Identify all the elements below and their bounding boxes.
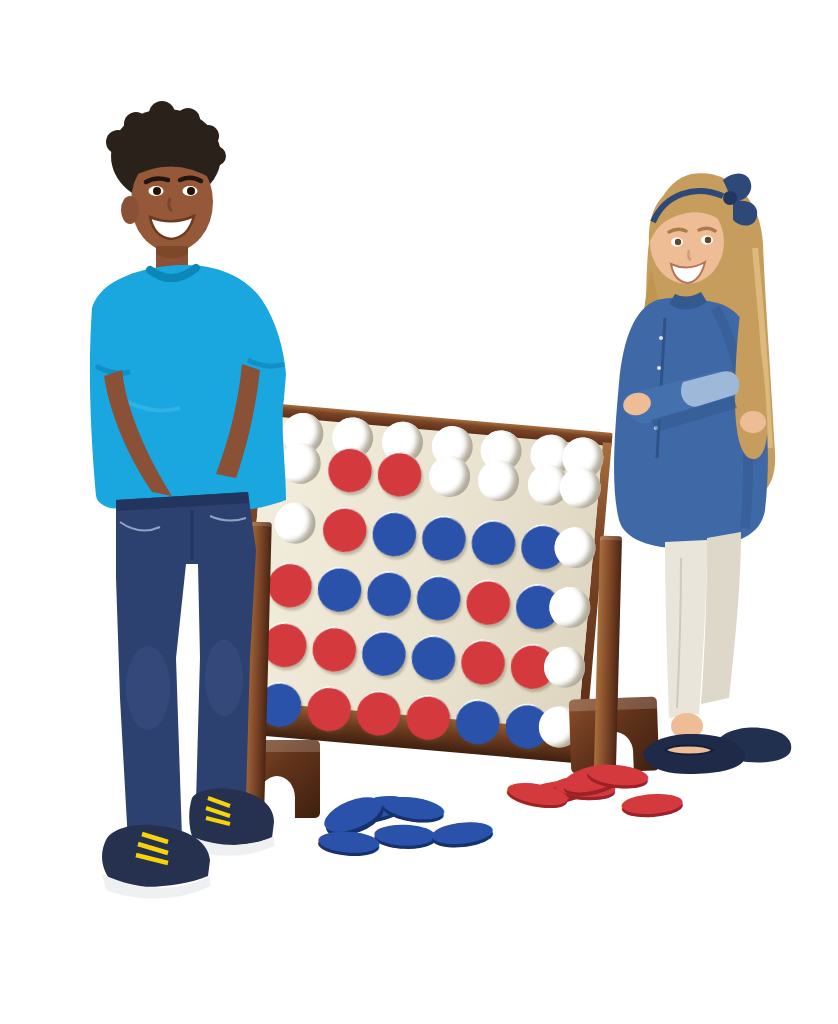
board-cell-r6c5[interactable]: ● xyxy=(451,687,506,751)
loose-blue-disc[interactable]: ● xyxy=(379,801,448,811)
loose-red-disc[interactable]: ● xyxy=(583,769,652,776)
loose-red-disc[interactable]: ● xyxy=(617,800,687,805)
board-cell-r6c2[interactable]: ● xyxy=(302,674,357,738)
board-cell-r6c3[interactable]: ● xyxy=(352,679,407,743)
loose-blue-disc[interactable]: ● xyxy=(427,827,496,834)
loose-blue-disc[interactable]: ● xyxy=(314,838,384,843)
red-disc[interactable]: ● xyxy=(302,674,357,738)
red-disc[interactable]: ● xyxy=(401,683,456,747)
hole xyxy=(427,454,471,498)
loose-red-disc[interactable]: ● xyxy=(504,786,573,798)
girl-figure xyxy=(595,158,800,783)
board-cell-r6c4[interactable]: ● xyxy=(401,683,456,747)
boy-figure xyxy=(50,98,295,910)
board-grid: ●●●●●●●●●●●●●●●●●●●●●●●●● xyxy=(241,416,603,730)
blue-disc[interactable]: ● xyxy=(451,687,506,751)
scene: ●●●●●●●●●●●●●●●●●●●●●●●●● xyxy=(0,0,838,1024)
hole xyxy=(477,458,521,502)
girl-illustration xyxy=(595,158,800,783)
red-disc[interactable]: ● xyxy=(352,679,407,743)
boy-illustration xyxy=(50,98,295,910)
